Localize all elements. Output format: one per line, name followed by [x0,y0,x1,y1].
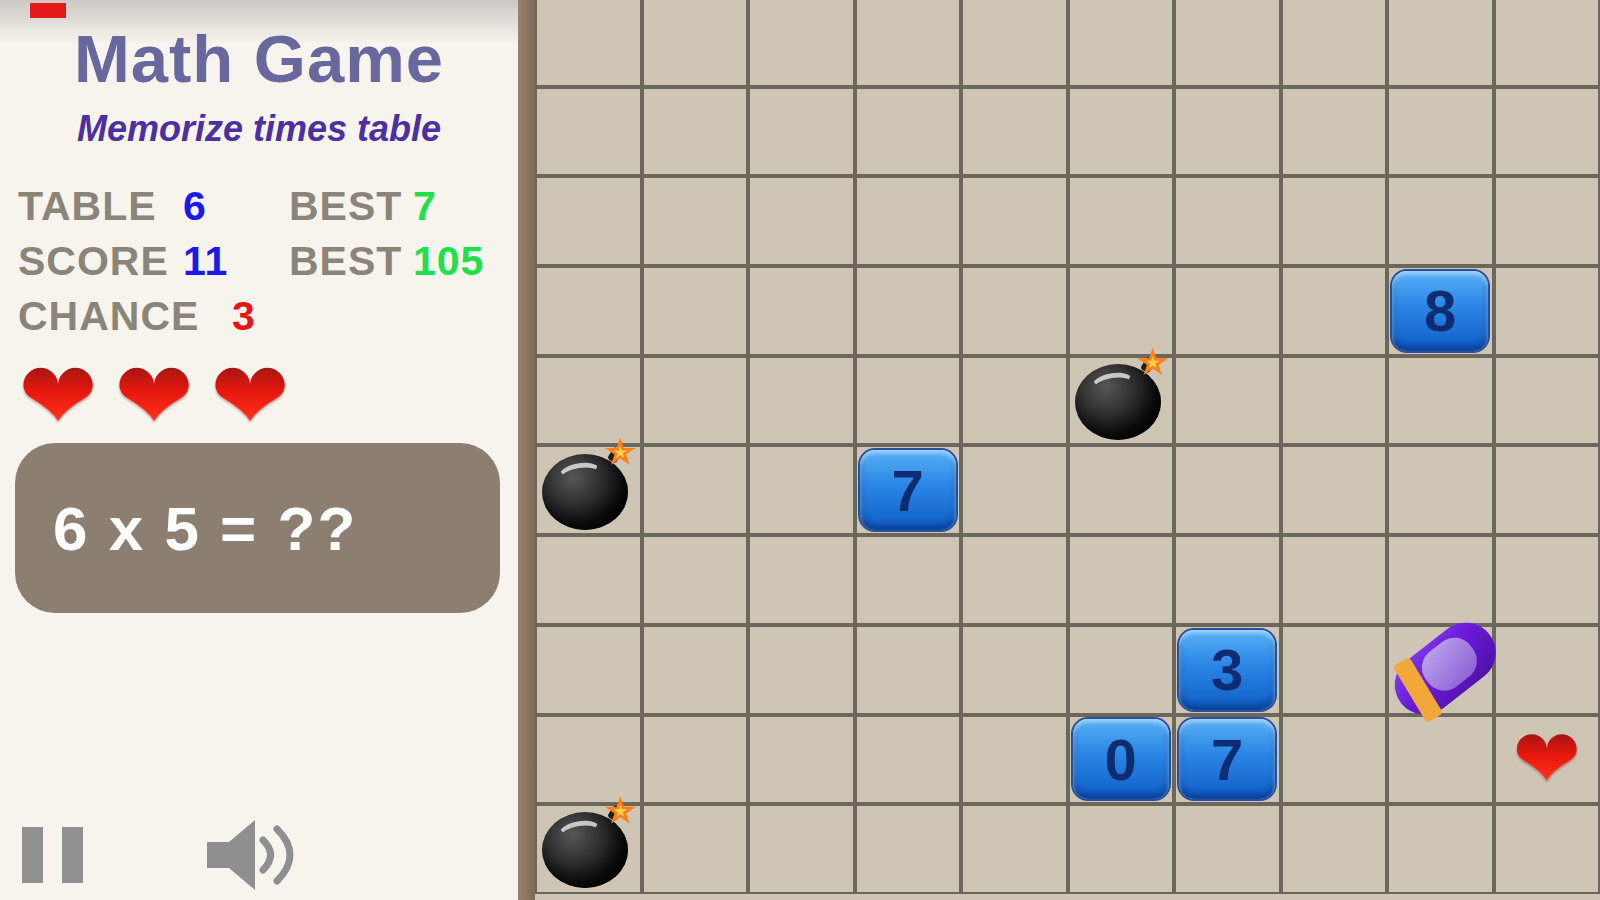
heart-icon: ❤ [1512,716,1581,802]
speaker-icon [205,816,301,894]
page-title: Math Game [0,20,518,97]
score-best-value: 105 [413,238,484,285]
number-tile-0[interactable]: 0 [1068,715,1175,805]
chance-value: 3 [232,293,256,340]
pause-icon [22,827,43,883]
board-pieces: 87307❤ [535,0,1600,894]
table-best-value: 7 [413,183,437,230]
page-subtitle: Memorize times table [0,108,518,150]
red-marker [30,3,66,18]
math-game-screen: Math Game Memorize times table TABLE 6 B… [0,0,1600,900]
heart-icon: ❤ [10,346,106,446]
score-label: SCORE [18,238,169,285]
eraser-pickup[interactable] [1387,625,1494,715]
number-tile-7[interactable]: 7 [855,446,962,536]
bomb-body [1071,356,1171,446]
tile-digit: 7 [1179,719,1275,799]
question-text: 6 x 5 = ?? [15,493,357,564]
score-value: 11 [183,238,228,285]
stats-panel: Math Game Memorize times table TABLE 6 B… [0,0,518,900]
number-tile-8[interactable]: 8 [1387,266,1494,356]
table-label: TABLE [18,183,157,230]
heart-icon: ❤ [106,346,202,446]
bomb-icon[interactable] [535,804,642,894]
chance-label: CHANCE [18,293,199,340]
table-value: 6 [183,183,207,230]
eraser-icon [1383,614,1504,727]
tile-digit: 0 [1073,719,1169,799]
tile-digit: 8 [1392,271,1488,351]
pause-button[interactable] [22,827,84,883]
bomb-icon[interactable] [1068,356,1175,446]
heart-pickup[interactable]: ❤ [1494,715,1600,805]
bomb-body [538,804,638,894]
sound-on-button[interactable] [205,816,301,894]
table-best-label: BEST [289,183,402,230]
lives-row: ❤❤❤ [10,346,298,446]
bomb-body [538,446,638,536]
bomb-icon[interactable] [535,446,642,536]
tile-digit: 7 [860,450,956,530]
score-best-label: BEST [289,238,402,285]
tile-digit: 3 [1179,630,1275,710]
board-edge-strip [518,0,535,900]
question-box: 6 x 5 = ?? [15,443,500,613]
number-tile-3[interactable]: 3 [1174,625,1281,715]
pause-icon [62,827,83,883]
game-board: 87307❤ [535,0,1600,900]
number-tile-7[interactable]: 7 [1174,715,1281,805]
heart-icon: ❤ [202,346,298,446]
